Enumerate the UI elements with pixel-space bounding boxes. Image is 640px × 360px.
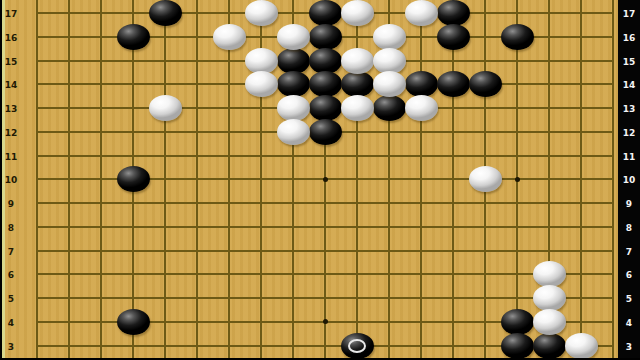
stone-white-J12[interactable]: [277, 119, 310, 145]
row-label-left-15: 15: [5, 57, 18, 66]
row-label-right-9: 9: [626, 200, 632, 209]
last-move-marker: [348, 339, 366, 353]
stone-white-R5[interactable]: [533, 285, 566, 311]
row-label-right-10: 10: [623, 176, 636, 185]
stone-black-N14[interactable]: [405, 71, 438, 97]
stone-white-R6[interactable]: [533, 261, 566, 287]
star-point: [323, 177, 328, 182]
stone-black-O14[interactable]: [437, 71, 470, 97]
row-label-left-10: 10: [5, 176, 18, 185]
stone-black-J15[interactable]: [277, 48, 310, 74]
row-label-left-6: 6: [8, 271, 14, 280]
stone-black-P14[interactable]: [469, 71, 502, 97]
stone-black-K15[interactable]: [309, 48, 342, 74]
stone-white-J16[interactable]: [277, 24, 310, 50]
row-label-left-11: 11: [5, 152, 18, 161]
row-label-right-16: 16: [623, 33, 636, 42]
stone-black-L14[interactable]: [341, 71, 374, 97]
stone-white-H15[interactable]: [245, 48, 278, 74]
stone-black-D16[interactable]: [117, 24, 150, 50]
stone-black-K14[interactable]: [309, 71, 342, 97]
go-board-frame: 1717161615151414131312121111101099887766…: [0, 0, 640, 360]
row-label-right-6: 6: [626, 271, 632, 280]
row-label-left-12: 12: [5, 128, 18, 137]
stone-black-E17[interactable]: [149, 0, 182, 26]
row-label-right-11: 11: [623, 152, 636, 161]
row-label-right-12: 12: [623, 128, 636, 137]
stone-black-R3[interactable]: [533, 333, 566, 359]
row-label-left-9: 9: [8, 200, 14, 209]
row-label-right-17: 17: [623, 10, 636, 19]
grid-line-horizontal: [36, 226, 614, 228]
row-label-left-7: 7: [8, 247, 14, 256]
row-label-right-15: 15: [623, 57, 636, 66]
row-label-right-4: 4: [626, 318, 632, 327]
stone-white-R4[interactable]: [533, 309, 566, 335]
row-label-left-16: 16: [5, 33, 18, 42]
stone-white-M16[interactable]: [373, 24, 406, 50]
row-label-left-4: 4: [8, 318, 14, 327]
grid-line-horizontal: [36, 155, 614, 157]
row-label-left-3: 3: [8, 342, 14, 351]
row-label-right-13: 13: [623, 105, 636, 114]
star-point: [515, 177, 520, 182]
stone-white-J13[interactable]: [277, 95, 310, 121]
stone-black-K12[interactable]: [309, 119, 342, 145]
row-label-left-13: 13: [5, 105, 18, 114]
stone-white-L13[interactable]: [341, 95, 374, 121]
stone-black-Q3[interactable]: [501, 333, 534, 359]
stone-black-D10[interactable]: [117, 166, 150, 192]
stone-black-O17[interactable]: [437, 0, 470, 26]
stone-white-N13[interactable]: [405, 95, 438, 121]
row-label-right-5: 5: [626, 295, 632, 304]
row-label-left-14: 14: [5, 81, 18, 90]
stone-white-H14[interactable]: [245, 71, 278, 97]
stone-white-S3[interactable]: [565, 333, 598, 359]
stone-black-Q4[interactable]: [501, 309, 534, 335]
stone-black-J14[interactable]: [277, 71, 310, 97]
stone-black-M13[interactable]: [373, 95, 406, 121]
row-label-right-8: 8: [626, 223, 632, 232]
stone-white-E13[interactable]: [149, 95, 182, 121]
stone-black-L3[interactable]: [341, 333, 374, 359]
row-label-left-8: 8: [8, 223, 14, 232]
stone-white-M14[interactable]: [373, 71, 406, 97]
row-label-right-14: 14: [623, 81, 636, 90]
stone-white-G16[interactable]: [213, 24, 246, 50]
grid-line-horizontal: [36, 250, 614, 252]
row-label-left-5: 5: [8, 295, 14, 304]
stone-black-K16[interactable]: [309, 24, 342, 50]
star-point: [323, 319, 328, 324]
grid-line-horizontal: [36, 297, 614, 299]
stone-black-Q16[interactable]: [501, 24, 534, 50]
stone-black-K13[interactable]: [309, 95, 342, 121]
stone-black-K17[interactable]: [309, 0, 342, 26]
stone-black-D4[interactable]: [117, 309, 150, 335]
stone-white-P10[interactable]: [469, 166, 502, 192]
grid-line-horizontal: [36, 273, 614, 275]
stone-white-H17[interactable]: [245, 0, 278, 26]
grid-line-horizontal: [36, 202, 614, 204]
row-label-right-3: 3: [626, 342, 632, 351]
stone-white-N17[interactable]: [405, 0, 438, 26]
row-label-left-17: 17: [5, 10, 18, 19]
stone-white-L17[interactable]: [341, 0, 374, 26]
stone-black-O16[interactable]: [437, 24, 470, 50]
stone-white-L15[interactable]: [341, 48, 374, 74]
stone-white-M15[interactable]: [373, 48, 406, 74]
row-label-right-7: 7: [626, 247, 632, 256]
